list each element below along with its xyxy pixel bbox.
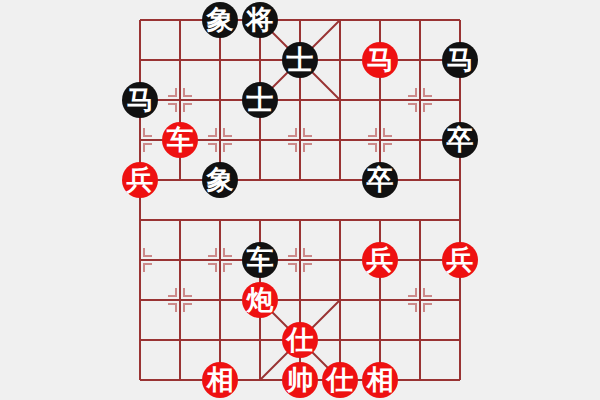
piece-red-soldier[interactable]: 兵 bbox=[362, 242, 398, 278]
piece-red-advisor[interactable]: 仕 bbox=[282, 322, 318, 358]
xiangqi-app: 象将士马马马士车卒兵象卒车兵兵炮仕相帅仕相 bbox=[0, 0, 600, 400]
piece-black-advisor[interactable]: 士 bbox=[242, 82, 278, 118]
piece-black-horse[interactable]: 马 bbox=[122, 82, 158, 118]
piece-black-elephant[interactable]: 象 bbox=[202, 162, 238, 198]
piece-red-horse[interactable]: 马 bbox=[362, 42, 398, 78]
piece-red-cannon[interactable]: 炮 bbox=[242, 282, 278, 318]
piece-red-soldier[interactable]: 兵 bbox=[442, 242, 478, 278]
piece-red-general[interactable]: 帅 bbox=[282, 362, 318, 398]
piece-black-advisor[interactable]: 士 bbox=[282, 42, 318, 78]
xiangqi-board[interactable]: 象将士马马马士车卒兵象卒车兵兵炮仕相帅仕相 bbox=[0, 0, 600, 400]
piece-black-chariot[interactable]: 车 bbox=[242, 242, 278, 278]
piece-black-elephant[interactable]: 象 bbox=[202, 2, 238, 38]
piece-black-general[interactable]: 将 bbox=[242, 2, 278, 38]
piece-red-soldier[interactable]: 兵 bbox=[122, 162, 158, 198]
piece-layer: 象将士马马马士车卒兵象卒车兵兵炮仕相帅仕相 bbox=[120, 0, 480, 400]
piece-black-soldier[interactable]: 卒 bbox=[362, 162, 398, 198]
piece-black-soldier[interactable]: 卒 bbox=[442, 122, 478, 158]
piece-red-chariot[interactable]: 车 bbox=[162, 122, 198, 158]
piece-red-advisor[interactable]: 仕 bbox=[322, 362, 358, 398]
piece-black-horse[interactable]: 马 bbox=[442, 42, 478, 78]
piece-red-elephant[interactable]: 相 bbox=[362, 362, 398, 398]
piece-red-elephant[interactable]: 相 bbox=[202, 362, 238, 398]
